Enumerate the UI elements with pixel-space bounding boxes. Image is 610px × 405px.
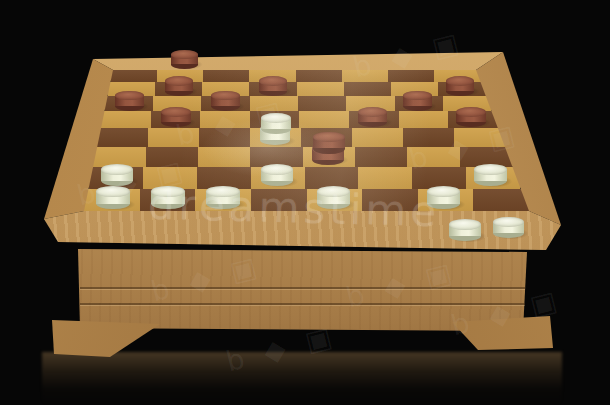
checker-cylinder bbox=[171, 50, 198, 69]
watermark-text: dreamstime bbox=[147, 180, 478, 238]
checker-cylinder bbox=[493, 217, 524, 239]
checkers-photo-scene: dreamstime b ◆ ▣ b ◆ ▣ b ◆ ▣ b ◆ ▣ b ◆ ▣… bbox=[0, 0, 610, 405]
